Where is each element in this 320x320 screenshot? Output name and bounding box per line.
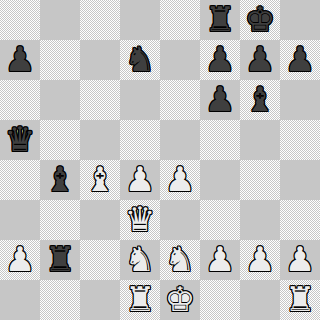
square-e5[interactable] — [160, 120, 200, 160]
square-d8[interactable] — [120, 0, 160, 40]
square-d5[interactable] — [120, 120, 160, 160]
square-c2[interactable] — [80, 240, 120, 280]
square-c1[interactable] — [80, 280, 120, 320]
piece-white-pawn[interactable]: ♟ — [285, 240, 315, 279]
piece-black-pawn[interactable]: ♟ — [205, 40, 235, 79]
piece-black-rook[interactable]: ♜ — [45, 240, 75, 279]
piece-black-king[interactable]: ♚ — [245, 0, 275, 39]
square-g2[interactable]: ♟ — [240, 240, 280, 280]
piece-black-pawn[interactable]: ♟ — [285, 40, 315, 79]
square-h8[interactable] — [280, 0, 320, 40]
piece-white-king[interactable]: ♚ — [165, 280, 195, 319]
square-d3[interactable]: ♛ — [120, 200, 160, 240]
square-a4[interactable] — [0, 160, 40, 200]
square-a7[interactable]: ♟ — [0, 40, 40, 80]
piece-black-queen[interactable]: ♛ — [5, 120, 35, 159]
square-f8[interactable]: ♜ — [200, 0, 240, 40]
square-h1[interactable]: ♜ — [280, 280, 320, 320]
square-g1[interactable] — [240, 280, 280, 320]
square-e2[interactable]: ♞ — [160, 240, 200, 280]
square-g4[interactable] — [240, 160, 280, 200]
square-f2[interactable]: ♟ — [200, 240, 240, 280]
piece-white-queen[interactable]: ♛ — [125, 200, 155, 239]
square-d6[interactable] — [120, 80, 160, 120]
square-a1[interactable] — [0, 280, 40, 320]
piece-black-bishop[interactable]: ♝ — [45, 160, 75, 199]
square-h2[interactable]: ♟ — [280, 240, 320, 280]
square-d7[interactable]: ♞ — [120, 40, 160, 80]
square-d4[interactable]: ♟ — [120, 160, 160, 200]
square-e1[interactable]: ♚ — [160, 280, 200, 320]
square-e3[interactable] — [160, 200, 200, 240]
square-g5[interactable] — [240, 120, 280, 160]
square-f1[interactable] — [200, 280, 240, 320]
square-e4[interactable]: ♟ — [160, 160, 200, 200]
square-a2[interactable]: ♟ — [0, 240, 40, 280]
piece-black-rook[interactable]: ♜ — [205, 0, 235, 39]
square-b3[interactable] — [40, 200, 80, 240]
square-f6[interactable]: ♟ — [200, 80, 240, 120]
piece-black-pawn[interactable]: ♟ — [5, 40, 35, 79]
square-h7[interactable]: ♟ — [280, 40, 320, 80]
square-f4[interactable] — [200, 160, 240, 200]
piece-white-bishop[interactable]: ♝ — [85, 160, 115, 199]
piece-black-knight[interactable]: ♞ — [125, 40, 155, 79]
square-d1[interactable]: ♜ — [120, 280, 160, 320]
piece-white-pawn[interactable]: ♟ — [125, 160, 155, 199]
square-a5[interactable]: ♛ — [0, 120, 40, 160]
square-c4[interactable]: ♝ — [80, 160, 120, 200]
square-d2[interactable]: ♞ — [120, 240, 160, 280]
square-h3[interactable] — [280, 200, 320, 240]
square-a3[interactable] — [0, 200, 40, 240]
square-c7[interactable] — [80, 40, 120, 80]
square-b6[interactable] — [40, 80, 80, 120]
piece-white-knight[interactable]: ♞ — [125, 240, 155, 279]
square-a6[interactable] — [0, 80, 40, 120]
square-g3[interactable] — [240, 200, 280, 240]
square-b8[interactable] — [40, 0, 80, 40]
square-e6[interactable] — [160, 80, 200, 120]
square-h4[interactable] — [280, 160, 320, 200]
square-e8[interactable] — [160, 0, 200, 40]
square-c5[interactable] — [80, 120, 120, 160]
square-b2[interactable]: ♜ — [40, 240, 80, 280]
square-b7[interactable] — [40, 40, 80, 80]
piece-white-pawn[interactable]: ♟ — [165, 160, 195, 199]
square-b1[interactable] — [40, 280, 80, 320]
square-a8[interactable] — [0, 0, 40, 40]
square-b4[interactable]: ♝ — [40, 160, 80, 200]
chess-board: ♜♚♟♞♟♟♟♟♝♛♝♝♟♟♛♟♜♞♞♟♟♟♜♚♜ — [0, 0, 320, 320]
square-c6[interactable] — [80, 80, 120, 120]
square-f5[interactable] — [200, 120, 240, 160]
square-g6[interactable]: ♝ — [240, 80, 280, 120]
piece-white-rook[interactable]: ♜ — [125, 280, 155, 319]
square-g7[interactable]: ♟ — [240, 40, 280, 80]
piece-black-bishop[interactable]: ♝ — [245, 80, 275, 119]
piece-white-pawn[interactable]: ♟ — [5, 240, 35, 279]
square-h6[interactable] — [280, 80, 320, 120]
square-b5[interactable] — [40, 120, 80, 160]
piece-white-knight[interactable]: ♞ — [165, 240, 195, 279]
square-f7[interactable]: ♟ — [200, 40, 240, 80]
piece-white-pawn[interactable]: ♟ — [245, 240, 275, 279]
piece-black-pawn[interactable]: ♟ — [245, 40, 275, 79]
square-e7[interactable] — [160, 40, 200, 80]
square-f3[interactable] — [200, 200, 240, 240]
square-h5[interactable] — [280, 120, 320, 160]
piece-white-pawn[interactable]: ♟ — [205, 240, 235, 279]
square-c8[interactable] — [80, 0, 120, 40]
piece-white-rook[interactable]: ♜ — [285, 280, 315, 319]
square-g8[interactable]: ♚ — [240, 0, 280, 40]
square-c3[interactable] — [80, 200, 120, 240]
piece-black-pawn[interactable]: ♟ — [205, 80, 235, 119]
